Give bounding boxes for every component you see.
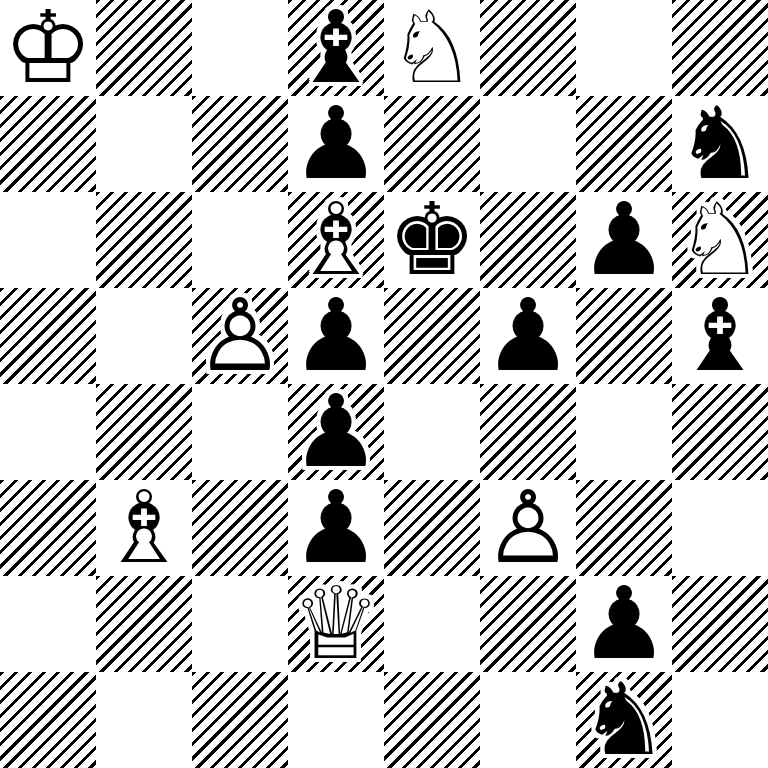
square-e4[interactable] [384,384,480,480]
black-pawn-glyph: ♟ [579,574,669,674]
square-c2[interactable] [192,576,288,672]
white-bishop-glyph: ♗ [99,478,189,578]
square-c6[interactable] [192,192,288,288]
piece-black-king: ♚ [384,192,480,288]
square-d8[interactable]: ♝ [288,0,384,96]
piece-white-knight: ♞♘ [384,0,480,96]
black-pawn-glyph: ♟ [579,190,669,290]
square-e3[interactable] [384,480,480,576]
square-e8[interactable]: ♞♘ [384,0,480,96]
piece-black-pawn: ♟ [288,480,384,576]
square-d7[interactable]: ♟ [288,96,384,192]
piece-black-knight: ♞ [576,672,672,768]
square-b7[interactable] [96,96,192,192]
black-pawn-glyph: ♟ [291,382,381,482]
piece-white-pawn: ♟♙ [192,288,288,384]
square-f7[interactable] [480,96,576,192]
square-c7[interactable] [192,96,288,192]
square-g6[interactable]: ♟ [576,192,672,288]
piece-white-king: ♚♔ [0,0,96,96]
square-d1[interactable] [288,672,384,768]
piece-black-pawn: ♟ [480,288,576,384]
piece-black-pawn: ♟ [576,576,672,672]
square-d3[interactable]: ♟ [288,480,384,576]
square-g3[interactable] [576,480,672,576]
chess-board: ♚♔♝♞♘♟♞♝♗♚♟♞♘♟♙♟♟♝♟♝♗♟♟♙♛♕♟♞ [0,0,768,768]
square-a6[interactable] [0,192,96,288]
square-h3[interactable] [672,480,768,576]
square-f6[interactable] [480,192,576,288]
square-d5[interactable]: ♟ [288,288,384,384]
square-b1[interactable] [96,672,192,768]
square-a1[interactable] [0,672,96,768]
square-a8[interactable]: ♚♔ [0,0,96,96]
white-pawn-glyph: ♙ [195,286,285,386]
square-f5[interactable]: ♟ [480,288,576,384]
square-h7[interactable]: ♞ [672,96,768,192]
square-f1[interactable] [480,672,576,768]
square-b5[interactable] [96,288,192,384]
square-c8[interactable] [192,0,288,96]
square-f3[interactable]: ♟♙ [480,480,576,576]
square-h2[interactable] [672,576,768,672]
piece-white-bishop: ♝♗ [96,480,192,576]
piece-white-pawn: ♟♙ [480,480,576,576]
square-h5[interactable]: ♝ [672,288,768,384]
piece-black-pawn: ♟ [288,384,384,480]
square-h4[interactable] [672,384,768,480]
square-g8[interactable] [576,0,672,96]
piece-black-bishop: ♝ [672,288,768,384]
square-f2[interactable] [480,576,576,672]
piece-black-bishop: ♝ [288,0,384,96]
square-a4[interactable] [0,384,96,480]
square-h1[interactable] [672,672,768,768]
square-b8[interactable] [96,0,192,96]
square-b3[interactable]: ♝♗ [96,480,192,576]
square-e7[interactable] [384,96,480,192]
square-g4[interactable] [576,384,672,480]
white-knight-glyph: ♘ [387,0,477,98]
square-c4[interactable] [192,384,288,480]
square-h8[interactable] [672,0,768,96]
square-e2[interactable] [384,576,480,672]
piece-white-queen: ♛♕ [288,576,384,672]
piece-black-knight: ♞ [672,96,768,192]
piece-black-pawn: ♟ [288,96,384,192]
white-pawn-glyph: ♙ [483,478,573,578]
square-g5[interactable] [576,288,672,384]
square-f4[interactable] [480,384,576,480]
square-c3[interactable] [192,480,288,576]
square-b2[interactable] [96,576,192,672]
square-b4[interactable] [96,384,192,480]
square-a2[interactable] [0,576,96,672]
piece-black-pawn: ♟ [576,192,672,288]
piece-black-pawn: ♟ [288,288,384,384]
square-d6[interactable]: ♝♗ [288,192,384,288]
piece-white-knight: ♞♘ [672,192,768,288]
square-a5[interactable] [0,288,96,384]
square-e1[interactable] [384,672,480,768]
black-pawn-glyph: ♟ [291,94,381,194]
black-king-glyph: ♚ [387,190,477,290]
black-pawn-glyph: ♟ [483,286,573,386]
piece-white-bishop: ♝♗ [288,192,384,288]
square-a3[interactable] [0,480,96,576]
white-king-glyph: ♔ [3,0,93,98]
square-e5[interactable] [384,288,480,384]
square-g7[interactable] [576,96,672,192]
square-f8[interactable] [480,0,576,96]
square-h6[interactable]: ♞♘ [672,192,768,288]
white-bishop-glyph: ♗ [291,190,381,290]
square-d4[interactable]: ♟ [288,384,384,480]
square-a7[interactable] [0,96,96,192]
black-knight-glyph: ♞ [579,670,669,768]
white-queen-glyph: ♕ [291,574,381,674]
white-knight-glyph: ♘ [675,190,765,290]
black-bishop-glyph: ♝ [675,286,765,386]
square-b6[interactable] [96,192,192,288]
square-g2[interactable]: ♟ [576,576,672,672]
square-g1[interactable]: ♞ [576,672,672,768]
black-knight-glyph: ♞ [675,94,765,194]
black-bishop-glyph: ♝ [291,0,381,98]
square-c5[interactable]: ♟♙ [192,288,288,384]
square-e6[interactable]: ♚ [384,192,480,288]
black-pawn-glyph: ♟ [291,478,381,578]
black-pawn-glyph: ♟ [291,286,381,386]
square-c1[interactable] [192,672,288,768]
square-d2[interactable]: ♛♕ [288,576,384,672]
